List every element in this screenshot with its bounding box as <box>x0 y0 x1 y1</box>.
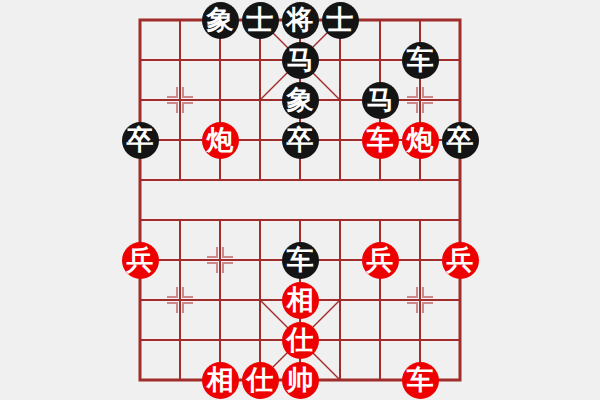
piece-red-soldier[interactable]: 兵 <box>442 242 479 279</box>
piece-red-elephant[interactable]: 相 <box>282 282 319 319</box>
piece-red-chariot[interactable]: 车 <box>362 122 399 159</box>
piece-red-chariot[interactable]: 车 <box>402 362 439 399</box>
piece-red-soldier[interactable]: 兵 <box>122 242 159 279</box>
piece-black-elephant[interactable]: 象 <box>282 82 319 119</box>
piece-black-soldier[interactable]: 卒 <box>282 122 319 159</box>
piece-black-soldier[interactable]: 卒 <box>442 122 479 159</box>
piece-black-advisor[interactable]: 士 <box>242 2 279 39</box>
piece-black-horse[interactable]: 马 <box>362 82 399 119</box>
piece-red-advisor[interactable]: 仕 <box>242 362 279 399</box>
piece-black-advisor[interactable]: 士 <box>322 2 359 39</box>
xiangqi-app: 象士将士马车象马卒炮卒车炮卒兵车兵兵相仕相仕帅车 <box>0 0 600 400</box>
piece-red-cannon[interactable]: 炮 <box>402 122 439 159</box>
piece-black-chariot[interactable]: 车 <box>402 42 439 79</box>
piece-black-horse[interactable]: 马 <box>282 42 319 79</box>
xiangqi-board[interactable]: 象士将士马车象马卒炮卒车炮卒兵车兵兵相仕相仕帅车 <box>120 0 480 400</box>
piece-red-advisor[interactable]: 仕 <box>282 322 319 359</box>
piece-black-chariot[interactable]: 车 <box>282 242 319 279</box>
piece-black-general[interactable]: 将 <box>282 2 319 39</box>
piece-red-soldier[interactable]: 兵 <box>362 242 399 279</box>
piece-red-cannon[interactable]: 炮 <box>202 122 239 159</box>
piece-black-elephant[interactable]: 象 <box>202 2 239 39</box>
piece-black-soldier[interactable]: 卒 <box>122 122 159 159</box>
piece-red-general[interactable]: 帅 <box>282 362 319 399</box>
piece-red-elephant[interactable]: 相 <box>202 362 239 399</box>
